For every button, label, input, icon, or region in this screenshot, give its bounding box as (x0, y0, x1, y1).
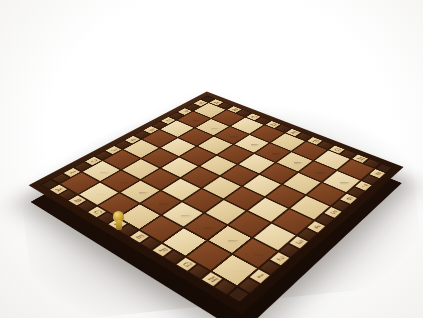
coord-label: E (134, 233, 145, 240)
photo-stage: ABCDEFGH 87654321 ♜♞♝♛♚♝♞♜♟♟♟♟♟♟♟♟♟♟♟♟♟♟… (0, 0, 423, 318)
coord-label: C (92, 209, 102, 215)
brass-latch-icon (110, 211, 127, 231)
coord-label: 3 (294, 239, 303, 246)
coord-label: 8 (373, 171, 381, 176)
piece-black-pawn[interactable]: ♟ (260, 130, 282, 155)
coord-label: 6 (344, 196, 352, 201)
piece-black-pawn[interactable]: ♟ (220, 114, 241, 138)
piece-black-pawn[interactable]: ♟ (201, 106, 222, 129)
coord-label: 7 (359, 183, 367, 188)
piece-white-rook[interactable]: ♜ (213, 230, 252, 274)
piece-black-pawn[interactable]: ♟ (282, 139, 305, 164)
coord-label: 2 (275, 255, 285, 262)
piece-black-pawn[interactable]: ♟ (240, 122, 262, 146)
piece-black-pawn[interactable]: ♟ (182, 99, 202, 122)
coord-label: H (206, 275, 218, 283)
coord-label: 4 (312, 224, 321, 230)
piece-black-pawn[interactable]: ♟ (329, 158, 353, 184)
coord-label: 5 (329, 210, 338, 216)
piece-black-pawn[interactable]: ♟ (305, 148, 328, 174)
coord-label: 1 (255, 273, 265, 280)
coord-label: G (181, 260, 192, 268)
coord-label: F (157, 247, 168, 254)
